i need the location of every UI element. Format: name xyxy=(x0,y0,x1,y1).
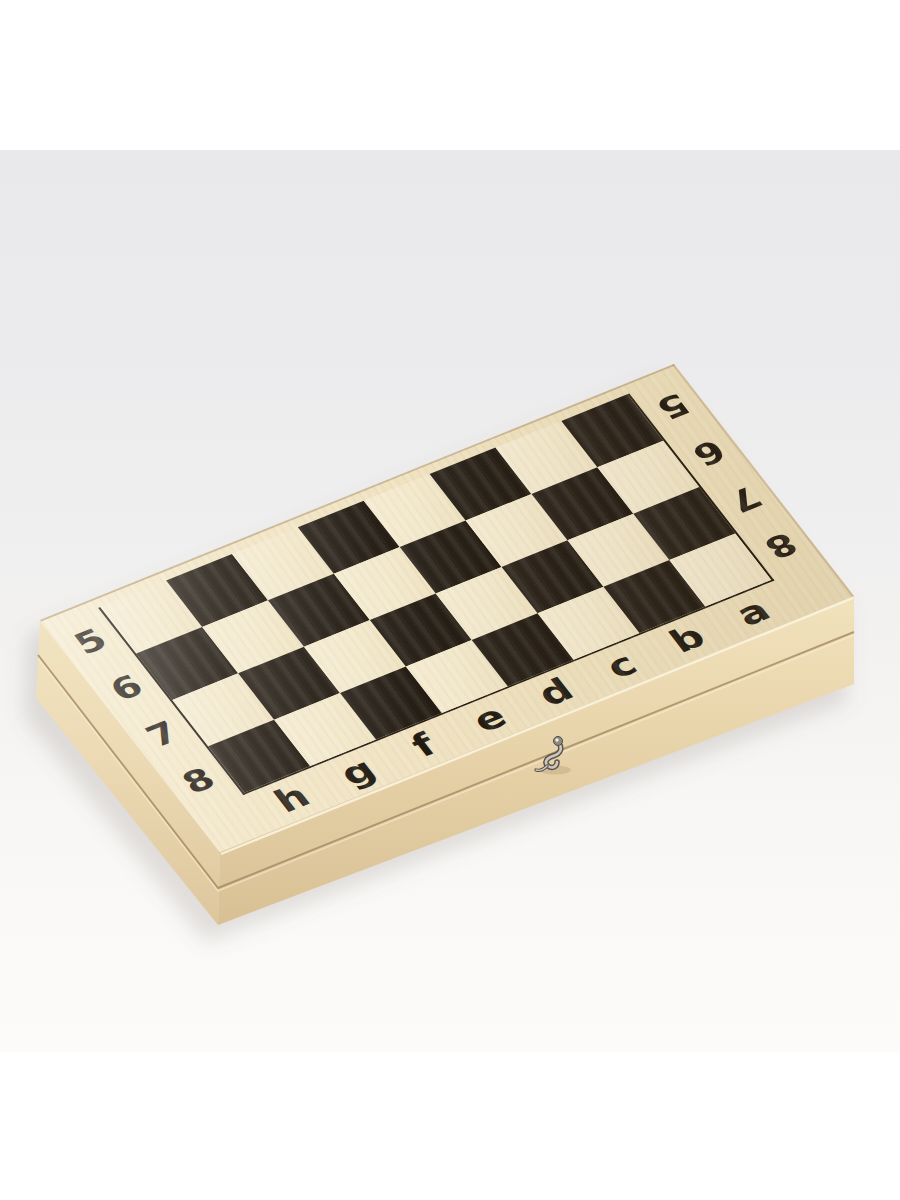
metal-clasp-icon xyxy=(515,712,605,802)
product-photo: 5678 5678 hgfedcba xyxy=(0,0,900,1200)
